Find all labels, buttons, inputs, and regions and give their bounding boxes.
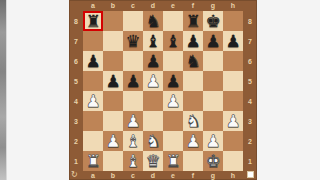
rank-label-5: 5 [69, 71, 83, 91]
piece-black-bishop: ♝ [163, 31, 183, 51]
square-b2[interactable]: ♟ [103, 131, 123, 151]
square-a7[interactable] [83, 31, 103, 51]
chess-board-frame: abcdefgh 87654321 ♜♞♜♚♛♝♝♟♟♟♟♟♞♟♟♟♟♟♟♟♞♟… [69, 0, 257, 180]
square-e1[interactable]: ♜ [163, 151, 183, 171]
square-c8[interactable] [123, 11, 143, 31]
file-label-d: d [143, 0, 163, 11]
square-c1[interactable]: ♝ [123, 151, 143, 171]
piece-black-knight: ♞ [183, 51, 203, 71]
piece-white-knight: ♞ [143, 131, 163, 151]
piece-white-rook: ♜ [163, 151, 183, 171]
square-c2[interactable]: ♝ [123, 131, 143, 151]
white-to-move-icon [247, 171, 254, 178]
rank-label-2: 2 [243, 131, 257, 151]
rank-label-8: 8 [243, 11, 257, 31]
file-label-h: h [223, 0, 243, 11]
rank-label-8: 8 [69, 11, 83, 31]
piece-white-pawn: ♟ [203, 131, 223, 151]
file-label-a: a [83, 171, 103, 180]
piece-black-pawn: ♟ [203, 31, 223, 51]
file-label-d: d [143, 171, 163, 180]
rank-label-7: 7 [243, 31, 257, 51]
square-b1[interactable] [103, 151, 123, 171]
square-e7[interactable]: ♝ [163, 31, 183, 51]
square-a8[interactable]: ♜ [83, 11, 103, 31]
square-f6[interactable]: ♞ [183, 51, 203, 71]
square-b7[interactable] [103, 31, 123, 51]
file-label-c: c [123, 0, 143, 11]
square-a2[interactable] [83, 131, 103, 151]
piece-black-pawn: ♟ [183, 31, 203, 51]
left-edge-strip [0, 0, 7, 180]
piece-black-bishop: ♝ [143, 31, 163, 51]
rank-label-7: 7 [69, 31, 83, 51]
piece-black-king: ♚ [203, 11, 223, 31]
square-h2[interactable] [223, 131, 243, 151]
file-label-h: h [223, 171, 243, 180]
square-c6[interactable] [123, 51, 143, 71]
rank-label-4: 4 [243, 91, 257, 111]
rank-label-1: 1 [243, 151, 257, 171]
piece-white-pawn: ♟ [123, 111, 143, 131]
rank-label-6: 6 [69, 51, 83, 71]
square-a1[interactable]: ♜ [83, 151, 103, 171]
square-g3[interactable] [203, 111, 223, 131]
square-g8[interactable]: ♚ [203, 11, 223, 31]
piece-white-pawn: ♟ [163, 91, 183, 111]
square-g7[interactable]: ♟ [203, 31, 223, 51]
square-g1[interactable]: ♚ [203, 151, 223, 171]
square-e3[interactable] [163, 111, 183, 131]
file-label-g: g [203, 0, 223, 11]
chess-board: ♜♞♜♚♛♝♝♟♟♟♟♟♞♟♟♟♟♟♟♟♞♟♟♝♞♟♟♜♝♛♜♚ [83, 11, 243, 171]
square-e8[interactable] [163, 11, 183, 31]
piece-black-pawn: ♟ [123, 71, 143, 91]
square-g6[interactable] [203, 51, 223, 71]
square-e2[interactable] [163, 131, 183, 151]
piece-black-knight: ♞ [143, 11, 163, 31]
file-labels-bottom: abcdefgh [83, 171, 243, 180]
piece-black-rook: ♜ [183, 11, 203, 31]
piece-white-pawn: ♟ [183, 131, 203, 151]
piece-black-queen: ♛ [123, 31, 143, 51]
rank-labels-left: 87654321 [69, 11, 83, 171]
square-c7[interactable]: ♛ [123, 31, 143, 51]
square-d3[interactable] [143, 111, 163, 131]
square-g4[interactable] [203, 91, 223, 111]
square-b5[interactable]: ♟ [103, 71, 123, 91]
piece-white-bishop: ♝ [123, 131, 143, 151]
square-d1[interactable]: ♛ [143, 151, 163, 171]
square-b6[interactable] [103, 51, 123, 71]
file-label-a: a [83, 0, 103, 11]
square-d2[interactable]: ♞ [143, 131, 163, 151]
piece-white-knight: ♞ [183, 111, 203, 131]
square-f1[interactable] [183, 151, 203, 171]
square-b4[interactable] [103, 91, 123, 111]
rank-label-5: 5 [243, 71, 257, 91]
square-f4[interactable] [183, 91, 203, 111]
square-g2[interactable]: ♟ [203, 131, 223, 151]
square-f2[interactable]: ♟ [183, 131, 203, 151]
file-label-e: e [163, 0, 183, 11]
piece-black-rook: ♜ [83, 11, 103, 31]
square-e6[interactable] [163, 51, 183, 71]
piece-white-rook: ♜ [83, 151, 103, 171]
square-a5[interactable] [83, 71, 103, 91]
square-a4[interactable]: ♟ [83, 91, 103, 111]
square-d7[interactable]: ♝ [143, 31, 163, 51]
file-labels-top: abcdefgh [83, 0, 243, 11]
square-c3[interactable]: ♟ [123, 111, 143, 131]
square-h1[interactable] [223, 151, 243, 171]
square-h8[interactable] [223, 11, 243, 31]
square-h4[interactable] [223, 91, 243, 111]
piece-white-queen: ♛ [143, 151, 163, 171]
piece-white-pawn: ♟ [143, 71, 163, 91]
page: abcdefgh 87654321 ♜♞♜♚♛♝♝♟♟♟♟♟♞♟♟♟♟♟♟♟♞♟… [0, 0, 320, 180]
square-e4[interactable]: ♟ [163, 91, 183, 111]
square-b3[interactable] [103, 111, 123, 131]
square-d8[interactable]: ♞ [143, 11, 163, 31]
file-label-f: f [183, 171, 203, 180]
piece-white-pawn: ♟ [83, 91, 103, 111]
flip-board-icon[interactable]: ↻ [71, 171, 78, 179]
square-f3[interactable]: ♞ [183, 111, 203, 131]
rank-label-3: 3 [243, 111, 257, 131]
square-h7[interactable]: ♟ [223, 31, 243, 51]
piece-black-pawn: ♟ [143, 51, 163, 71]
file-label-g: g [203, 171, 223, 180]
piece-black-pawn: ♟ [103, 71, 123, 91]
square-b8[interactable] [103, 11, 123, 31]
piece-black-pawn: ♟ [163, 71, 183, 91]
file-label-b: b [103, 171, 123, 180]
square-h6[interactable] [223, 51, 243, 71]
square-a6[interactable]: ♟ [83, 51, 103, 71]
piece-white-king: ♚ [203, 151, 223, 171]
square-e5[interactable]: ♟ [163, 71, 183, 91]
square-g5[interactable] [203, 71, 223, 91]
rank-label-4: 4 [69, 91, 83, 111]
square-a3[interactable] [83, 111, 103, 131]
square-f7[interactable]: ♟ [183, 31, 203, 51]
file-label-f: f [183, 0, 203, 11]
file-label-e: e [163, 171, 183, 180]
piece-white-pawn: ♟ [103, 131, 123, 151]
square-c5[interactable]: ♟ [123, 71, 143, 91]
rank-label-1: 1 [69, 151, 83, 171]
square-c4[interactable] [123, 91, 143, 111]
piece-white-bishop: ♝ [123, 151, 143, 171]
rank-label-3: 3 [69, 111, 83, 131]
square-f5[interactable] [183, 71, 203, 91]
file-label-b: b [103, 0, 123, 11]
square-h5[interactable] [223, 71, 243, 91]
square-h3[interactable]: ♟ [223, 111, 243, 131]
piece-black-pawn: ♟ [83, 51, 103, 71]
rank-label-6: 6 [243, 51, 257, 71]
piece-black-pawn: ♟ [223, 31, 243, 51]
square-d5[interactable]: ♟ [143, 71, 163, 91]
file-label-c: c [123, 171, 143, 180]
rank-label-2: 2 [69, 131, 83, 151]
square-d4[interactable] [143, 91, 163, 111]
square-f8[interactable]: ♜ [183, 11, 203, 31]
piece-white-pawn: ♟ [223, 111, 243, 131]
square-d6[interactable]: ♟ [143, 51, 163, 71]
rank-labels-right: 87654321 [243, 11, 257, 171]
